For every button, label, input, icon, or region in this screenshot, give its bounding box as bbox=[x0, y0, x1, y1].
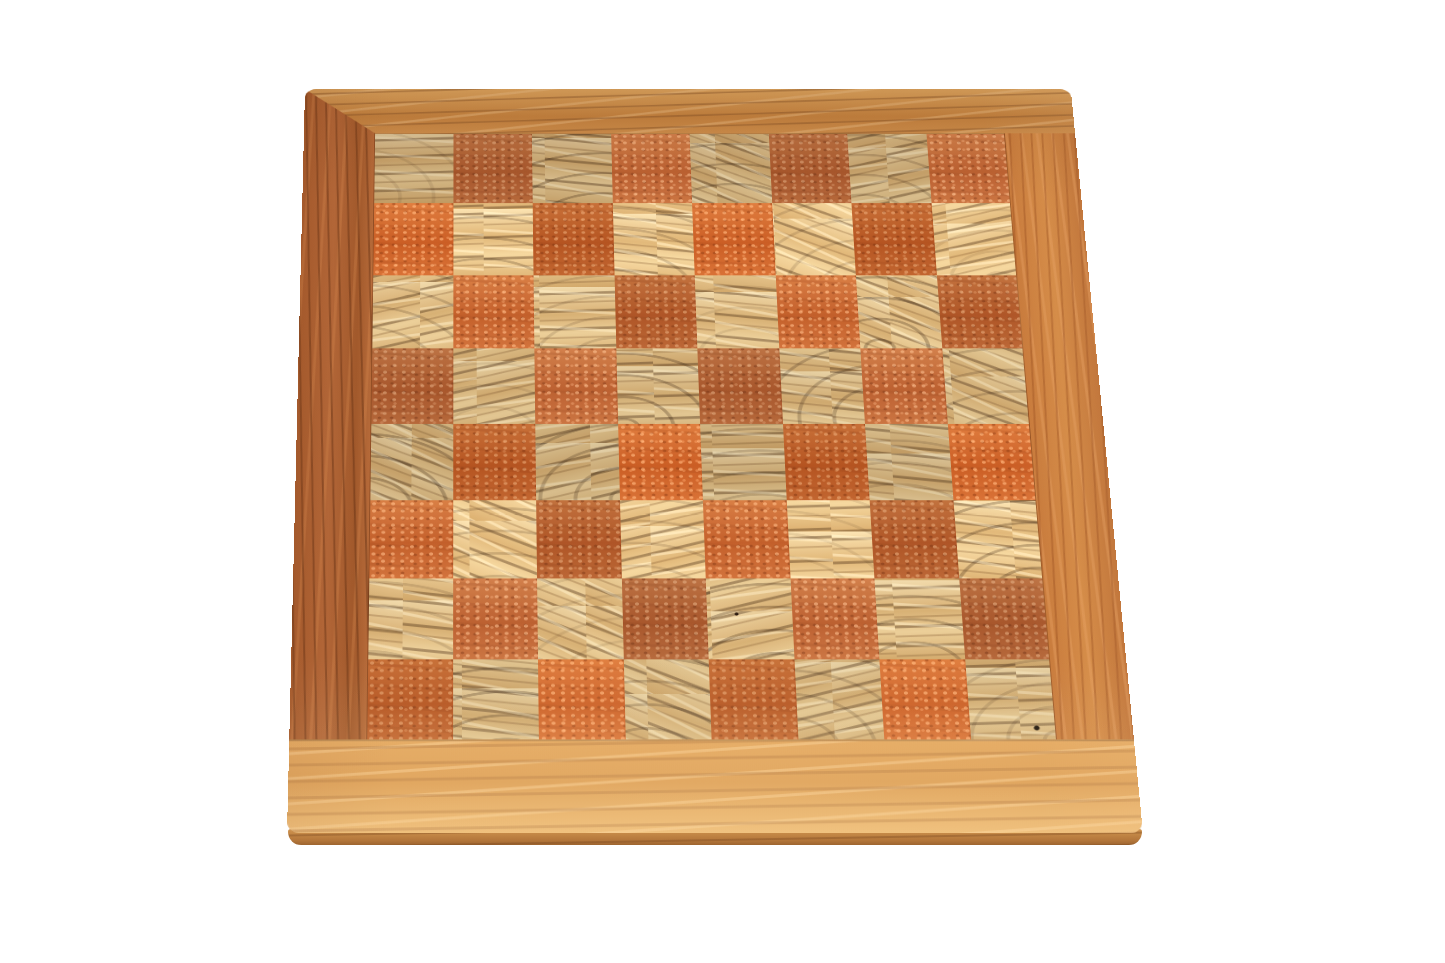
square-e2[interactable] bbox=[706, 579, 794, 659]
square-a4[interactable] bbox=[369, 423, 452, 500]
square-b3[interactable] bbox=[453, 500, 537, 578]
square-h5[interactable] bbox=[942, 348, 1030, 423]
square-g2[interactable] bbox=[874, 579, 964, 659]
square-d6[interactable] bbox=[614, 275, 697, 348]
square-c2[interactable] bbox=[537, 579, 623, 659]
square-b6[interactable] bbox=[453, 275, 534, 348]
square-f5[interactable] bbox=[779, 348, 865, 423]
square-c3[interactable] bbox=[536, 500, 621, 578]
photo-canvas bbox=[0, 0, 1445, 963]
square-b1[interactable] bbox=[453, 659, 539, 741]
square-g3[interactable] bbox=[870, 500, 959, 578]
square-f6[interactable] bbox=[775, 275, 860, 348]
square-b7[interactable] bbox=[453, 203, 534, 275]
square-g7[interactable] bbox=[851, 203, 936, 275]
square-g6[interactable] bbox=[856, 275, 942, 348]
square-f7[interactable] bbox=[772, 203, 856, 275]
square-h4[interactable] bbox=[947, 423, 1036, 500]
square-a2[interactable] bbox=[367, 579, 452, 659]
square-b8[interactable] bbox=[453, 133, 533, 203]
square-h7[interactable] bbox=[931, 203, 1017, 275]
square-d5[interactable] bbox=[616, 348, 700, 423]
square-e1[interactable] bbox=[709, 659, 798, 741]
chessboard-squares bbox=[366, 133, 1057, 741]
square-c8[interactable] bbox=[532, 133, 613, 203]
square-e5[interactable] bbox=[697, 348, 782, 423]
square-a1[interactable] bbox=[366, 659, 452, 741]
square-c7[interactable] bbox=[533, 203, 614, 275]
square-d3[interactable] bbox=[620, 500, 706, 578]
square-g1[interactable] bbox=[879, 659, 970, 741]
square-f3[interactable] bbox=[786, 500, 874, 578]
square-d1[interactable] bbox=[623, 659, 711, 741]
square-e6[interactable] bbox=[695, 275, 779, 348]
square-h3[interactable] bbox=[953, 500, 1043, 578]
square-e3[interactable] bbox=[703, 500, 790, 578]
square-b2[interactable] bbox=[453, 579, 538, 659]
square-d7[interactable] bbox=[612, 203, 694, 275]
square-h8[interactable] bbox=[926, 133, 1011, 203]
square-c1[interactable] bbox=[538, 659, 625, 741]
square-e7[interactable] bbox=[692, 203, 775, 275]
square-a6[interactable] bbox=[371, 275, 453, 348]
square-b4[interactable] bbox=[453, 423, 536, 500]
chessboard bbox=[287, 89, 1143, 833]
square-d4[interactable] bbox=[618, 423, 703, 500]
square-f2[interactable] bbox=[790, 579, 879, 659]
square-f8[interactable] bbox=[768, 133, 851, 203]
square-f4[interactable] bbox=[783, 423, 870, 500]
square-c4[interactable] bbox=[535, 423, 619, 500]
frame-top-rail bbox=[304, 89, 1075, 134]
square-a7[interactable] bbox=[372, 203, 453, 275]
square-c6[interactable] bbox=[534, 275, 616, 348]
square-e4[interactable] bbox=[700, 423, 786, 500]
frame-bottom-rail bbox=[287, 739, 1143, 833]
square-h6[interactable] bbox=[936, 275, 1023, 348]
square-c5[interactable] bbox=[534, 348, 617, 423]
square-g5[interactable] bbox=[860, 348, 947, 423]
square-a3[interactable] bbox=[368, 500, 452, 578]
square-h2[interactable] bbox=[959, 579, 1050, 659]
square-a8[interactable] bbox=[373, 133, 453, 203]
square-g4[interactable] bbox=[865, 423, 953, 500]
square-e8[interactable] bbox=[690, 133, 772, 203]
square-f1[interactable] bbox=[794, 659, 884, 741]
square-a5[interactable] bbox=[370, 348, 452, 423]
frame-left-rail bbox=[289, 89, 375, 741]
square-d2[interactable] bbox=[621, 579, 708, 659]
square-d8[interactable] bbox=[611, 133, 692, 203]
square-h1[interactable] bbox=[965, 659, 1057, 741]
square-g8[interactable] bbox=[847, 133, 931, 203]
square-b5[interactable] bbox=[453, 348, 535, 423]
